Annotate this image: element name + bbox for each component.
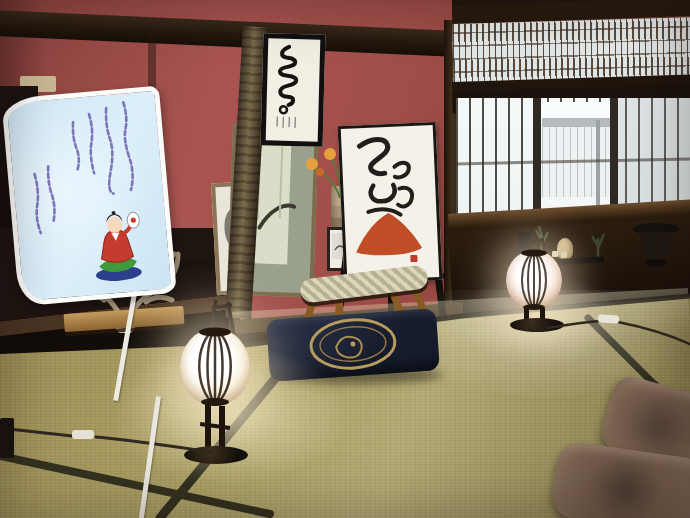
building-door-edge [596,120,600,216]
kotobuki-calligraphy [266,38,310,131]
sign-illustration-seated-man [78,200,155,286]
info-sign-card[interactable] [1,86,177,307]
board-calligraphy [341,125,433,275]
photo-japanese-tatami-room [0,0,690,518]
power-cords [0,296,690,518]
bronze-urn [632,222,680,268]
cord-connector-right [598,314,620,323]
calligraphy-board [338,122,443,284]
kotobuki-frame [261,33,326,147]
cord-connector-left [72,430,94,439]
floor-dark-object-left [0,418,14,458]
